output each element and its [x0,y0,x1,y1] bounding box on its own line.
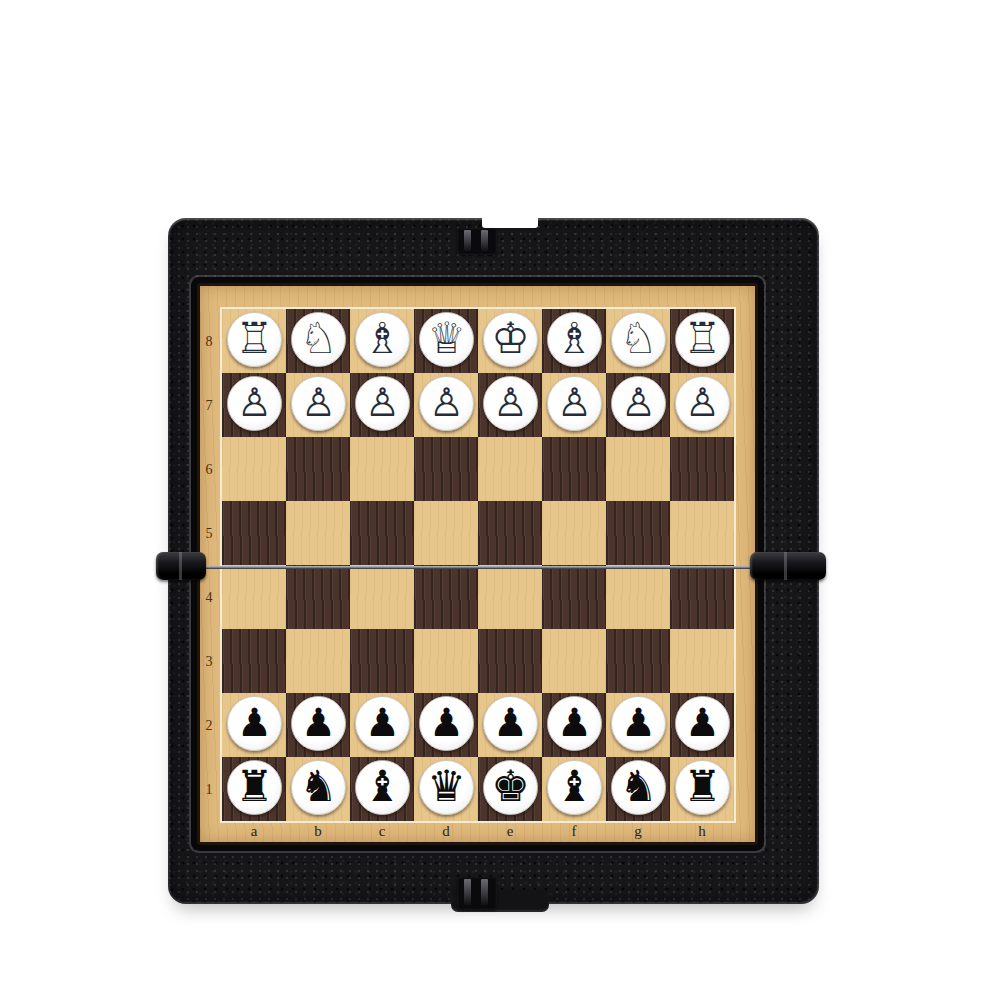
black-pawn-glyph: ♟ [429,703,464,742]
latch-slot [464,230,471,251]
file-label-f: f [564,823,584,839]
bottom-clasp-latch[interactable] [457,877,497,910]
board-fold-seam [200,566,755,569]
black-queen-glyph: ♛ [427,765,466,808]
square-c1[interactable]: ♝ [350,757,414,821]
piece-white-rook-h8[interactable]: ♖ [675,312,730,367]
piece-white-pawn-d7[interactable]: ♙ [419,376,474,431]
piece-white-rook-a8[interactable]: ♖ [227,312,282,367]
product-photo: ♖♘♗♕♔♗♘♖♙♙♙♙♙♙♙♙♟♟♟♟♟♟♟♟♜♞♝♛♚♝♞♜ 8765432… [0,0,1002,1002]
square-e2[interactable]: ♟ [478,693,542,757]
square-c2[interactable]: ♟ [350,693,414,757]
square-d1[interactable]: ♛ [414,757,478,821]
file-label-g: g [628,823,648,839]
square-c7[interactable]: ♙ [350,373,414,437]
piece-white-pawn-f7[interactable]: ♙ [547,376,602,431]
square-c8[interactable]: ♗ [350,309,414,373]
square-g3[interactable] [606,629,670,693]
square-b5[interactable] [286,501,350,565]
piece-white-knight-g8[interactable]: ♘ [611,312,666,367]
square-c3[interactable] [350,629,414,693]
square-a5[interactable] [222,501,286,565]
piece-white-king-e8[interactable]: ♔ [483,312,538,367]
black-pawn-glyph: ♟ [301,703,336,742]
black-pawn-glyph: ♟ [557,703,592,742]
square-e3[interactable] [478,629,542,693]
latch-slot [464,879,471,905]
black-pawn-glyph: ♟ [237,703,272,742]
piece-white-knight-b8[interactable]: ♘ [291,312,346,367]
square-h2[interactable]: ♟ [670,693,734,757]
piece-black-pawn-e2[interactable]: ♟ [483,696,538,751]
piece-black-pawn-b2[interactable]: ♟ [291,696,346,751]
piece-white-pawn-h7[interactable]: ♙ [675,376,730,431]
square-b1[interactable]: ♞ [286,757,350,821]
square-a2[interactable]: ♟ [222,693,286,757]
white-rook-glyph: ♖ [235,317,274,360]
white-king-glyph: ♔ [491,317,530,360]
square-f6[interactable] [542,437,606,501]
square-f5[interactable] [542,501,606,565]
square-f4[interactable] [542,565,606,629]
chessboard-frame: ♖♘♗♕♔♗♘♖♙♙♙♙♙♙♙♙♟♟♟♟♟♟♟♟♜♞♝♛♚♝♞♜ 8765432… [197,283,758,845]
black-knight-glyph: ♞ [619,765,658,808]
square-b6[interactable] [286,437,350,501]
left-hinge [156,552,206,580]
piece-black-pawn-f2[interactable]: ♟ [547,696,602,751]
piece-white-pawn-c7[interactable]: ♙ [355,376,410,431]
white-pawn-glyph: ♙ [429,383,464,422]
square-d7[interactable]: ♙ [414,373,478,437]
piece-white-pawn-g7[interactable]: ♙ [611,376,666,431]
rank-label-7: 7 [200,398,218,414]
square-c6[interactable] [350,437,414,501]
black-pawn-glyph: ♟ [365,703,400,742]
rank-label-6: 6 [200,462,218,478]
file-label-e: e [500,823,520,839]
piece-black-pawn-a2[interactable]: ♟ [227,696,282,751]
white-pawn-glyph: ♙ [365,383,400,422]
square-f1[interactable]: ♝ [542,757,606,821]
file-label-c: c [372,823,392,839]
white-knight-glyph: ♘ [619,317,658,360]
white-bishop-glyph: ♗ [555,317,594,360]
black-pawn-glyph: ♟ [621,703,656,742]
black-bishop-glyph: ♝ [555,765,594,808]
rank-label-5: 5 [200,526,218,542]
square-c5[interactable] [350,501,414,565]
black-bishop-glyph: ♝ [363,765,402,808]
square-e7[interactable]: ♙ [478,373,542,437]
piece-black-rook-h1[interactable]: ♜ [675,760,730,815]
square-g6[interactable] [606,437,670,501]
piece-white-pawn-a7[interactable]: ♙ [227,376,282,431]
square-h4[interactable] [670,565,734,629]
latch-slot [481,879,488,905]
piece-white-pawn-e7[interactable]: ♙ [483,376,538,431]
black-pawn-glyph: ♟ [685,703,720,742]
top-clasp-latch[interactable] [457,228,497,255]
rank-label-8: 8 [200,334,218,350]
rank-label-3: 3 [200,654,218,670]
chess-wallet-case: ♖♘♗♕♔♗♘♖♙♙♙♙♙♙♙♙♟♟♟♟♟♟♟♟♜♞♝♛♚♝♞♜ 8765432… [168,218,819,904]
white-queen-glyph: ♕ [427,317,466,360]
white-pawn-glyph: ♙ [237,383,272,422]
square-c4[interactable] [350,565,414,629]
square-b4[interactable] [286,565,350,629]
chessboard: ♖♘♗♕♔♗♘♖♙♙♙♙♙♙♙♙♟♟♟♟♟♟♟♟♜♞♝♛♚♝♞♜ [222,309,734,821]
white-pawn-glyph: ♙ [301,383,336,422]
file-label-a: a [244,823,264,839]
square-e6[interactable] [478,437,542,501]
piece-black-bishop-c1[interactable]: ♝ [355,760,410,815]
piece-black-king-e1[interactable]: ♚ [483,760,538,815]
square-a6[interactable] [222,437,286,501]
square-b7[interactable]: ♙ [286,373,350,437]
square-h6[interactable] [670,437,734,501]
square-d2[interactable]: ♟ [414,693,478,757]
square-f3[interactable] [542,629,606,693]
square-d4[interactable] [414,565,478,629]
piece-black-pawn-c2[interactable]: ♟ [355,696,410,751]
square-d8[interactable]: ♕ [414,309,478,373]
square-e1[interactable]: ♚ [478,757,542,821]
black-rook-glyph: ♜ [235,765,274,808]
square-h8[interactable]: ♖ [670,309,734,373]
rank-label-4: 4 [200,590,218,606]
right-hinge [750,552,826,580]
piece-black-bishop-f1[interactable]: ♝ [547,760,602,815]
square-g8[interactable]: ♘ [606,309,670,373]
square-e5[interactable] [478,501,542,565]
square-g7[interactable]: ♙ [606,373,670,437]
square-h3[interactable] [670,629,734,693]
piece-black-knight-b1[interactable]: ♞ [291,760,346,815]
square-a3[interactable] [222,629,286,693]
white-pawn-glyph: ♙ [493,383,528,422]
piece-black-queen-d1[interactable]: ♛ [419,760,474,815]
file-label-b: b [308,823,328,839]
white-knight-glyph: ♘ [299,317,338,360]
square-g1[interactable]: ♞ [606,757,670,821]
square-f7[interactable]: ♙ [542,373,606,437]
piece-black-rook-a1[interactable]: ♜ [227,760,282,815]
file-label-h: h [692,823,712,839]
square-b3[interactable] [286,629,350,693]
white-pawn-glyph: ♙ [685,383,720,422]
rank-label-1: 1 [200,782,218,798]
square-d5[interactable] [414,501,478,565]
piece-black-pawn-d2[interactable]: ♟ [419,696,474,751]
piece-black-pawn-h2[interactable]: ♟ [675,696,730,751]
square-g2[interactable]: ♟ [606,693,670,757]
square-a8[interactable]: ♖ [222,309,286,373]
black-pawn-glyph: ♟ [493,703,528,742]
rank-label-2: 2 [200,718,218,734]
black-knight-glyph: ♞ [299,765,338,808]
square-e4[interactable] [478,565,542,629]
square-g4[interactable] [606,565,670,629]
square-g5[interactable] [606,501,670,565]
square-h5[interactable] [670,501,734,565]
white-bishop-glyph: ♗ [363,317,402,360]
square-h1[interactable]: ♜ [670,757,734,821]
square-f8[interactable]: ♗ [542,309,606,373]
clasp-notch [482,217,538,228]
piece-white-queen-d8[interactable]: ♕ [419,312,474,367]
square-f2[interactable]: ♟ [542,693,606,757]
square-a7[interactable]: ♙ [222,373,286,437]
piece-black-knight-g1[interactable]: ♞ [611,760,666,815]
piece-white-bishop-f8[interactable]: ♗ [547,312,602,367]
white-pawn-glyph: ♙ [557,383,592,422]
white-pawn-glyph: ♙ [621,383,656,422]
square-a4[interactable] [222,565,286,629]
square-e8[interactable]: ♔ [478,309,542,373]
file-label-d: d [436,823,456,839]
square-b2[interactable]: ♟ [286,693,350,757]
white-rook-glyph: ♖ [683,317,722,360]
square-d6[interactable] [414,437,478,501]
square-a1[interactable]: ♜ [222,757,286,821]
black-king-glyph: ♚ [491,765,530,808]
square-d3[interactable] [414,629,478,693]
latch-slot [481,230,488,251]
square-h7[interactable]: ♙ [670,373,734,437]
piece-black-pawn-g2[interactable]: ♟ [611,696,666,751]
piece-white-pawn-b7[interactable]: ♙ [291,376,346,431]
square-b8[interactable]: ♘ [286,309,350,373]
piece-white-bishop-c8[interactable]: ♗ [355,312,410,367]
black-rook-glyph: ♜ [683,765,722,808]
